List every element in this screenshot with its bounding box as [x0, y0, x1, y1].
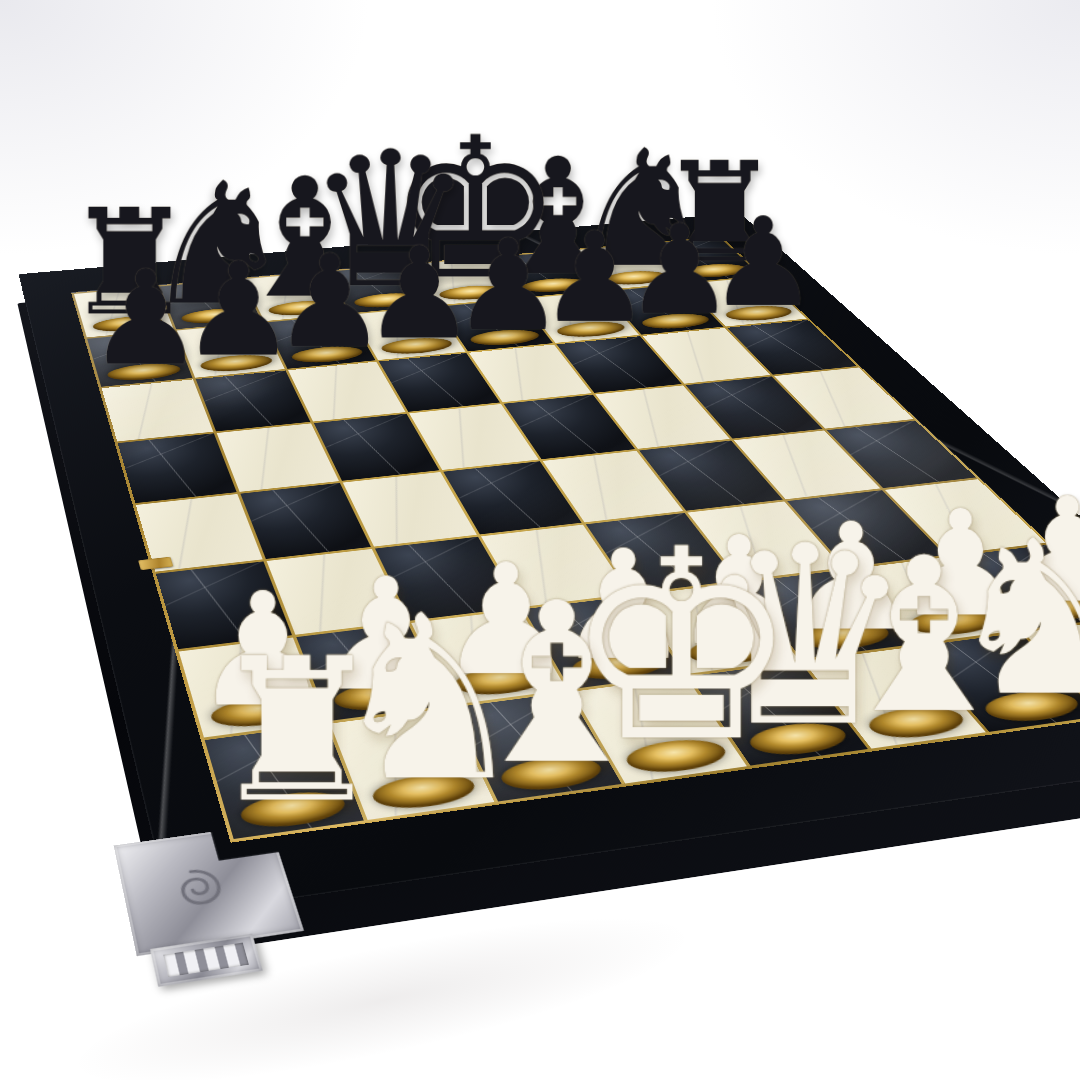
square-a5: [118, 434, 237, 503]
scene: ♜♞♝♛♚♝♞♜♟♟♟♟♟♟♟♟♟♟♟♟♟♟♟♟♜♞♝♚♛♝♞♜: [0, 0, 1080, 1080]
chess-board: ♜♞♝♛♚♝♞♜♟♟♟♟♟♟♟♟♟♟♟♟♟♟♟♟♜♞♝♚♛♝♞♜: [19, 213, 1080, 916]
square-a7: ♟: [87, 331, 192, 387]
square-c5: [314, 414, 439, 481]
piece-white-rook: ♜: [208, 640, 385, 822]
square-g5: [686, 377, 823, 439]
square-g4: [733, 430, 880, 499]
board-grid: ♜♞♝♛♚♝♞♜♟♟♟♟♟♟♟♟♟♟♟♟♟♟♟♟♜♞♝♚♛♝♞♜: [74, 237, 1080, 838]
square-h4: [826, 420, 975, 487]
gold-frame: ♜♞♝♛♚♝♞♜♟♟♟♟♟♟♟♟♟♟♟♟♟♟♟♟♜♞♝♚♛♝♞♜: [71, 236, 1080, 842]
square-a6: [102, 380, 214, 442]
studio-backdrop: ♜♞♝♛♚♝♞♜♟♟♟♟♟♟♟♟♟♟♟♟♟♟♟♟♜♞♝♚♛♝♞♜: [0, 0, 1080, 1080]
piece-black-pawn: ♟: [87, 259, 204, 379]
